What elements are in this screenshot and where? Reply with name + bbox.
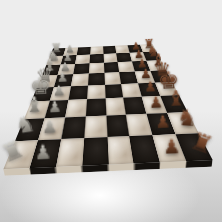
light-square[interactable]: ♟	[38, 118, 65, 141]
light-square[interactable]	[65, 99, 87, 117]
studio-backdrop: ♜♟♟♜♞♟♟♞♝♟♟♝♛♟♟♛♚♟♟♚♝♟♟♝♞♟♟♞♜♟♟♜	[0, 0, 222, 222]
light-square[interactable]	[56, 138, 84, 167]
black-pawn[interactable]: ♟	[148, 95, 163, 111]
dark-square[interactable]	[73, 63, 89, 74]
dark-square[interactable]	[89, 54, 103, 63]
dark-square[interactable]	[82, 137, 108, 165]
dark-square[interactable]	[68, 85, 88, 100]
light-square[interactable]	[84, 116, 107, 138]
white-pawn[interactable]: ♟	[42, 118, 58, 136]
light-square[interactable]	[104, 72, 121, 85]
dark-square[interactable]	[61, 117, 86, 140]
dark-square[interactable]	[88, 73, 105, 86]
light-square[interactable]	[121, 83, 142, 98]
dark-square[interactable]	[124, 97, 147, 115]
chess-board[interactable]: ♜♟♟♜♞♟♟♞♝♟♟♝♛♟♟♛♚♟♟♚♝♟♟♝♞♟♟♞♜♟♟♜	[3, 44, 212, 169]
light-square[interactable]	[71, 73, 89, 86]
white-rook[interactable]: ♜	[0, 137, 28, 168]
black-knight[interactable]: ♞	[175, 106, 197, 130]
white-pawn[interactable]: ♟	[48, 99, 63, 115]
light-square[interactable]	[87, 85, 106, 100]
black-pawn[interactable]: ♟	[154, 113, 170, 131]
white-pawn[interactable]: ♟	[34, 142, 52, 162]
light-square[interactable]	[88, 63, 103, 74]
white-pawn[interactable]: ♟	[53, 84, 66, 99]
black-pawn[interactable]: ♟	[162, 136, 180, 156]
dark-square[interactable]	[85, 99, 106, 117]
black-pawn[interactable]: ♟	[144, 80, 157, 95]
white-knight[interactable]: ♞	[14, 113, 37, 138]
